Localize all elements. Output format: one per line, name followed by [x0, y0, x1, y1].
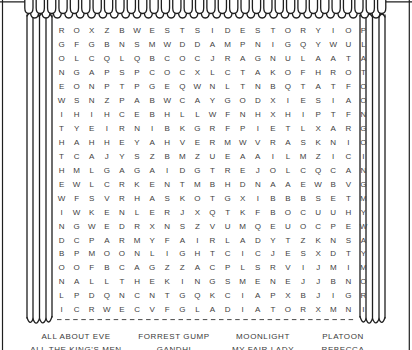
grid-cell: E — [54, 177, 69, 191]
grid-cell: O — [280, 24, 295, 38]
grid-cell: A — [356, 52, 371, 66]
grid-cell: S — [296, 247, 311, 261]
grid-cell: Z — [311, 149, 326, 163]
grid-cell: G — [175, 289, 190, 303]
grid-cell: A — [341, 163, 356, 177]
grid-cell: I — [145, 122, 160, 136]
grid-cell: A — [341, 94, 356, 108]
grid-cell: L — [280, 149, 295, 163]
grid-cell: V — [99, 191, 114, 205]
grid-cell: M — [84, 247, 99, 261]
grid-cell: R — [205, 136, 220, 150]
grid-cell: F — [84, 261, 99, 275]
grid-cell: R — [54, 24, 69, 38]
grid-cell: H — [99, 108, 114, 122]
grid-cell: F — [69, 191, 84, 205]
grid-cell: L — [280, 163, 295, 177]
grid-cell: I — [326, 94, 341, 108]
grid-cell: T — [54, 149, 69, 163]
grid-cell: F — [220, 108, 235, 122]
grid-cell: O — [341, 66, 356, 80]
grid-cell: P — [220, 261, 235, 275]
grid-cell: G — [175, 303, 190, 317]
grid-cell: C — [341, 149, 356, 163]
grid-cell: E — [280, 275, 295, 289]
grid-cell: I — [341, 261, 356, 275]
grid-cell: L — [84, 275, 99, 289]
grid-cell: I — [54, 108, 69, 122]
grid-cell: H — [129, 191, 144, 205]
grid-cell: W — [311, 177, 326, 191]
grid-cell: S — [84, 191, 99, 205]
grid-cell: A — [250, 66, 265, 80]
grid-cell: E — [145, 177, 160, 191]
grid-cell: E — [235, 24, 250, 38]
grid-cell: L — [84, 163, 99, 177]
grid-cell: C — [296, 163, 311, 177]
grid-cell: K — [175, 191, 190, 205]
grid-cell: A — [250, 149, 265, 163]
grid-cell: R — [114, 122, 129, 136]
grid-cell: Z — [296, 233, 311, 247]
grid-cell: U — [311, 205, 326, 219]
grid-cell: O — [114, 247, 129, 261]
grid-cell: E — [296, 177, 311, 191]
grid-cell: A — [235, 149, 250, 163]
grid-cell: O — [235, 94, 250, 108]
grid-cell: A — [265, 177, 280, 191]
grid-cell: J — [250, 163, 265, 177]
grid-cell: S — [311, 94, 326, 108]
grid-cell: I — [326, 24, 341, 38]
grid-cell: E — [145, 275, 160, 289]
grid-cell: B — [326, 177, 341, 191]
word-search-grid: ROXZBWESTSIDESTORYIOPGFGBNSMWDDAMPNIGQYW… — [54, 24, 371, 317]
grid-cell: S — [250, 261, 265, 275]
grid-cell: F — [341, 80, 356, 94]
grid-cell: H — [54, 136, 69, 150]
grid-cell: I — [280, 94, 295, 108]
grid-cell: M — [235, 219, 250, 233]
grid-cell: L — [54, 289, 69, 303]
grid-cell: W — [160, 94, 175, 108]
grid-cell: N — [114, 205, 129, 219]
grid-cell: D — [220, 303, 235, 317]
grid-cell: T — [205, 163, 220, 177]
grid-cell: B — [99, 261, 114, 275]
grid-cell: W — [129, 24, 144, 38]
grid-cell: N — [235, 108, 250, 122]
grid-cell: A — [129, 94, 144, 108]
grid-cell: A — [145, 191, 160, 205]
grid-cell: Y — [129, 136, 144, 150]
grid-cell: G — [175, 247, 190, 261]
grid-cell: P — [84, 233, 99, 247]
grid-cell: S — [129, 149, 144, 163]
grid-cell: I — [190, 233, 205, 247]
grid-cell: A — [69, 136, 84, 150]
grid-cell: R — [265, 261, 280, 275]
grid-cell: H — [160, 136, 175, 150]
grid-cell: E — [341, 219, 356, 233]
grid-cell: S — [250, 24, 265, 38]
grid-cell: E — [54, 80, 69, 94]
grid-cell: Q — [175, 80, 190, 94]
grid-cell: Z — [175, 261, 190, 275]
grid-cell: T — [114, 275, 129, 289]
grid-cell: G — [356, 177, 371, 191]
grid-cell: T — [175, 177, 190, 191]
grid-cell: R — [265, 136, 280, 150]
grid-cell: P — [69, 289, 84, 303]
grid-cell: A — [84, 66, 99, 80]
grid-cell: N — [250, 38, 265, 52]
grid-cell: G — [54, 38, 69, 52]
grid-cell: O — [69, 80, 84, 94]
grid-cell: M — [220, 38, 235, 52]
grid-cell: D — [220, 24, 235, 38]
grid-cell: X — [190, 66, 205, 80]
grid-cell: R — [129, 219, 144, 233]
grid-cell: T — [341, 247, 356, 261]
grid-cell: T — [205, 247, 220, 261]
grid-cell: S — [129, 38, 144, 52]
grid-cell: D — [326, 247, 341, 261]
grid-cell: A — [205, 303, 220, 317]
grid-cell: W — [69, 205, 84, 219]
grid-cell: M — [220, 136, 235, 150]
grid-cell: I — [296, 261, 311, 275]
grid-cell: G — [205, 275, 220, 289]
grid-cell: G — [145, 261, 160, 275]
grid-cell: I — [54, 303, 69, 317]
grid-cell: H — [311, 66, 326, 80]
grid-cell: N — [54, 66, 69, 80]
grid-cell: O — [341, 24, 356, 38]
grid-cell: X — [84, 24, 99, 38]
grid-cell: N — [356, 108, 371, 122]
grid-cell: A — [205, 38, 220, 52]
grid-cell: M — [175, 149, 190, 163]
grid-cell: R — [220, 52, 235, 66]
grid-cell: M — [326, 261, 341, 275]
grid-cell: S — [69, 94, 84, 108]
grid-cell: G — [341, 289, 356, 303]
grid-cell: P — [235, 38, 250, 52]
grid-cell: M — [356, 261, 371, 275]
grid-cell: K — [129, 177, 144, 191]
grid-cell: R — [296, 303, 311, 317]
grid-cell: L — [356, 38, 371, 52]
grid-cell: B — [265, 205, 280, 219]
grid-cell: L — [190, 108, 205, 122]
grid-cell: O — [356, 275, 371, 289]
grid-cell: A — [235, 233, 250, 247]
grid-cell: I — [356, 149, 371, 163]
grid-cell: A — [250, 303, 265, 317]
grid-cell: U — [220, 219, 235, 233]
grid-cell: C — [296, 205, 311, 219]
grid-cell: A — [145, 136, 160, 150]
grid-cell: N — [145, 289, 160, 303]
grid-cell: J — [265, 247, 280, 261]
left-curtain — [26, 5, 53, 323]
grid-cell: R — [296, 24, 311, 38]
grid-cell: N — [129, 247, 144, 261]
grid-cell: I — [265, 149, 280, 163]
grid-cell: G — [69, 66, 84, 80]
grid-cell: C — [69, 303, 84, 317]
grid-cell: O — [280, 205, 295, 219]
grid-cell: Y — [311, 38, 326, 52]
grid-cell: K — [84, 205, 99, 219]
grid-cell: A — [69, 275, 84, 289]
grid-cell: Z — [160, 261, 175, 275]
grid-cell: F — [341, 108, 356, 122]
grid-cell: A — [99, 233, 114, 247]
grid-cell: P — [265, 289, 280, 303]
grid-cell: H — [129, 275, 144, 289]
grid-cell: A — [175, 233, 190, 247]
grid-cell: T — [175, 24, 190, 38]
grid-cell: F — [160, 233, 175, 247]
grid-cell: D — [250, 94, 265, 108]
grid-cell: M — [356, 191, 371, 205]
grid-cell: E — [220, 149, 235, 163]
grid-cell: S — [311, 191, 326, 205]
grid-cell: R — [341, 122, 356, 136]
grid-cell: X — [190, 205, 205, 219]
grid-cell: R — [114, 191, 129, 205]
grid-cell: P — [114, 94, 129, 108]
valance-front-pleats — [25, 0, 386, 14]
grid-cell: W — [99, 303, 114, 317]
grid-cell: R — [114, 177, 129, 191]
grid-cell: U — [205, 149, 220, 163]
grid-cell: Z — [190, 149, 205, 163]
grid-cell: J — [311, 275, 326, 289]
grid-cell: L — [235, 261, 250, 275]
grid-cell: M — [190, 177, 205, 191]
grid-cell: N — [190, 275, 205, 289]
grid-cell: E — [114, 303, 129, 317]
grid-cell: T — [326, 108, 341, 122]
grid-cell: V — [205, 219, 220, 233]
grid-cell: N — [54, 275, 69, 289]
grid-cell: W — [205, 108, 220, 122]
grid-cell: L — [220, 80, 235, 94]
grid-cell: K — [235, 205, 250, 219]
grid-cell: T — [235, 80, 250, 94]
grid-cell: G — [356, 122, 371, 136]
grid-cell: Z — [99, 24, 114, 38]
grid-cell: N — [326, 136, 341, 150]
grid-cell: N — [84, 80, 99, 94]
grid-cell: R — [205, 122, 220, 136]
grid-cell: S — [160, 191, 175, 205]
grid-cell: S — [296, 136, 311, 150]
grid-cell: E — [280, 247, 295, 261]
grid-cell: P — [311, 108, 326, 122]
grid-cell: K — [175, 122, 190, 136]
grid-cell: T — [220, 205, 235, 219]
grid-cell: C — [129, 289, 144, 303]
grid-cell: A — [280, 177, 295, 191]
grid-cell: B — [160, 122, 175, 136]
grid-cell: B — [160, 149, 175, 163]
grid-cell: L — [145, 247, 160, 261]
grid-cell: G — [280, 38, 295, 52]
grid-cell: T — [341, 191, 356, 205]
grid-cell: Q — [190, 289, 205, 303]
grid-cell: C — [190, 52, 205, 66]
grid-cell: N — [250, 80, 265, 94]
grid-cell: C — [311, 219, 326, 233]
grid-cell: Z — [190, 219, 205, 233]
grid-cell: O — [175, 52, 190, 66]
grid-cell: K — [205, 289, 220, 303]
grid-cell: C — [205, 261, 220, 275]
grid-cell: H — [160, 108, 175, 122]
grid-cell: N — [129, 122, 144, 136]
grid-cell: P — [99, 80, 114, 94]
grid-cell: P — [99, 66, 114, 80]
grid-cell: X — [311, 303, 326, 317]
grid-cell: R — [84, 303, 99, 317]
grid-cell: G — [220, 191, 235, 205]
grid-cell: C — [99, 177, 114, 191]
grid-cell: I — [356, 303, 371, 317]
grid-cell: I — [296, 108, 311, 122]
grid-cell: B — [265, 80, 280, 94]
grid-cell: F — [160, 303, 175, 317]
grid-cell: C — [145, 66, 160, 80]
valance-back-scallops — [30, 0, 380, 18]
grid-cell: Y — [356, 247, 371, 261]
grid-cell: O — [280, 66, 295, 80]
grid-cell: K — [311, 136, 326, 150]
grid-cell: C — [114, 261, 129, 275]
grid-cell: H — [220, 177, 235, 191]
grid-cell: T — [265, 303, 280, 317]
grid-cell: N — [250, 177, 265, 191]
grid-cell: N — [326, 233, 341, 247]
grid-cell: I — [341, 136, 356, 150]
grid-cell: N — [265, 52, 280, 66]
grid-cell: G — [69, 219, 84, 233]
word-list-item: GANDHI — [124, 344, 224, 350]
grid-cell: F — [69, 38, 84, 52]
grid-cell: F — [296, 66, 311, 80]
grid-cell: I — [160, 163, 175, 177]
grid-cell: I — [235, 303, 250, 317]
grid-cell: T — [280, 233, 295, 247]
grid-cell: B — [326, 275, 341, 289]
grid-cell: O — [265, 163, 280, 177]
grid-cell: E — [190, 136, 205, 150]
grid-cell: L — [99, 275, 114, 289]
grid-cell: A — [311, 80, 326, 94]
grid-cell: U — [341, 38, 356, 52]
grid-cell: C — [175, 94, 190, 108]
grid-cell: B — [296, 289, 311, 303]
grid-cell: G — [99, 163, 114, 177]
grid-cell: R — [356, 289, 371, 303]
grid-cell: Y — [114, 149, 129, 163]
grid-cell: R — [326, 66, 341, 80]
grid-cell: U — [280, 219, 295, 233]
grid-cell: F — [220, 122, 235, 136]
grid-cell: J — [175, 205, 190, 219]
grid-cell: S — [220, 275, 235, 289]
grid-cell: Z — [99, 94, 114, 108]
grid-cell: B — [145, 52, 160, 66]
grid-cell: I — [175, 275, 190, 289]
grid-cell: L — [129, 205, 144, 219]
grid-cell: D — [175, 38, 190, 52]
grid-cell: R — [114, 233, 129, 247]
grid-cell: N — [114, 38, 129, 52]
grid-cell: T — [341, 52, 356, 66]
grid-cell: L — [296, 122, 311, 136]
grid-cell: O — [296, 219, 311, 233]
grid-cell: L — [205, 66, 220, 80]
grid-cell: C — [220, 289, 235, 303]
grid-cell: B — [205, 177, 220, 191]
grid-cell: L — [190, 303, 205, 317]
grid-cell: E — [145, 24, 160, 38]
grid-cell: X — [280, 289, 295, 303]
grid-cell: H — [54, 163, 69, 177]
grid-cell: I — [160, 247, 175, 261]
grid-cell: L — [69, 52, 84, 66]
grid-cell: M — [326, 303, 341, 317]
grid-cell: C — [129, 303, 144, 317]
grid-cell: J — [311, 289, 326, 303]
grid-cell: N — [114, 289, 129, 303]
grid-cell: N — [356, 163, 371, 177]
grid-cell: C — [69, 149, 84, 163]
grid-cell: E — [99, 205, 114, 219]
grid-cell: I — [54, 205, 69, 219]
grid-cell: N — [54, 219, 69, 233]
grid-cell: M — [145, 38, 160, 52]
grid-cell: E — [265, 122, 280, 136]
grid-cell: O — [160, 66, 175, 80]
grid-cell: G — [145, 80, 160, 94]
grid-cell: D — [190, 38, 205, 52]
grid-cell: H — [99, 136, 114, 150]
grid-cell: Y — [265, 233, 280, 247]
grid-cell: T — [296, 80, 311, 94]
grid-cell: E — [250, 275, 265, 289]
grid-cell: W — [190, 80, 205, 94]
grid-cell: Q — [205, 205, 220, 219]
grid-cell: G — [129, 163, 144, 177]
grid-cell: D — [54, 233, 69, 247]
grid-cell: B — [145, 94, 160, 108]
grid-cell: T — [205, 191, 220, 205]
grid-cell: D — [114, 219, 129, 233]
grid-cell: I — [99, 122, 114, 136]
grid-cell: S — [160, 24, 175, 38]
grid-cell: L — [175, 108, 190, 122]
grid-cell: M — [235, 275, 250, 289]
grid-cell: Y — [145, 233, 160, 247]
grid-cell: T — [235, 66, 250, 80]
grid-cell: T — [280, 122, 295, 136]
grid-cell: E — [84, 122, 99, 136]
